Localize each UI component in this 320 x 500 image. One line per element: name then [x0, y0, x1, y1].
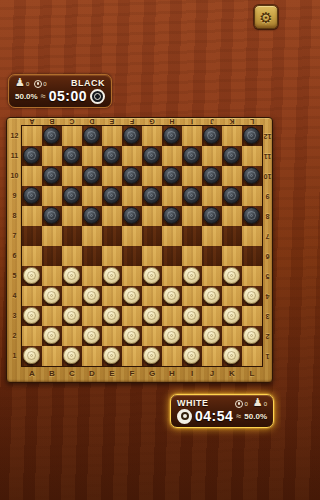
square-l10[interactable] [242, 166, 262, 186]
black-timer: 05:00 [49, 88, 87, 104]
square-b6[interactable] [42, 246, 62, 266]
square-a4 [22, 286, 42, 306]
square-d10[interactable] [82, 166, 102, 186]
file-label-a: A [22, 367, 42, 384]
black-piece-g9[interactable] [143, 187, 160, 204]
square-e11[interactable] [102, 146, 122, 166]
rank-label-3: 3 [7, 306, 22, 326]
white-piece-k1[interactable] [223, 347, 240, 364]
square-i7[interactable] [182, 226, 202, 246]
square-i2 [182, 326, 202, 346]
square-g11[interactable] [142, 146, 162, 166]
square-g3[interactable] [142, 306, 162, 326]
square-i4 [182, 286, 202, 306]
white-piece-c5[interactable] [63, 267, 80, 284]
white-piece-l4[interactable] [243, 287, 260, 304]
square-d8[interactable] [82, 206, 102, 226]
black-piece-l12[interactable] [243, 127, 260, 144]
captured-kings-count: 0 [264, 401, 267, 408]
rank-labels-left: 121110987654321 [7, 126, 22, 366]
board-grid [22, 126, 262, 366]
black-piece-h12[interactable] [163, 127, 180, 144]
square-b10[interactable] [42, 166, 62, 186]
square-a2 [22, 326, 42, 346]
white-piece-g1[interactable] [143, 347, 160, 364]
white-piece-e3[interactable] [103, 307, 120, 324]
file-label-d: D [82, 118, 102, 126]
white-piece-h2[interactable] [163, 327, 180, 344]
square-g12 [142, 126, 162, 146]
square-g9[interactable] [142, 186, 162, 206]
square-a3[interactable] [22, 306, 42, 326]
square-f8[interactable] [122, 206, 142, 226]
white-checker-icon [177, 409, 192, 424]
square-f1 [122, 346, 142, 366]
square-d7 [82, 226, 102, 246]
square-a11[interactable] [22, 146, 42, 166]
rank-label-4: 4 [7, 286, 22, 306]
rank-label-6: 6 [262, 246, 273, 266]
square-k3[interactable] [222, 306, 242, 326]
square-g4 [142, 286, 162, 306]
square-i3[interactable] [182, 306, 202, 326]
white-piece-k5[interactable] [223, 267, 240, 284]
square-h6[interactable] [162, 246, 182, 266]
rank-label-10: 10 [262, 166, 273, 186]
square-k12 [222, 126, 242, 146]
white-player-panel: WHITE 0 ♟ 0 04:54 ≈ 50.0% [170, 394, 274, 428]
black-piece-j10[interactable] [203, 167, 220, 184]
square-d9 [82, 186, 102, 206]
square-i10 [182, 166, 202, 186]
square-c3[interactable] [62, 306, 82, 326]
square-c10 [62, 166, 82, 186]
square-c5[interactable] [62, 266, 82, 286]
rank-label-12: 12 [7, 126, 22, 146]
white-piece-f2[interactable] [123, 327, 140, 344]
disc-piece-icon [34, 80, 42, 88]
square-b5 [42, 266, 62, 286]
disc-piece-icon [235, 400, 243, 408]
square-j5 [202, 266, 222, 286]
square-e6 [102, 246, 122, 266]
rank-label-2: 2 [262, 326, 273, 346]
rank-label-8: 8 [262, 206, 273, 226]
file-label-h: H [162, 367, 182, 384]
square-h12[interactable] [162, 126, 182, 146]
square-b3 [42, 306, 62, 326]
king-piece-icon: ♟ [253, 397, 263, 408]
white-piece-l2[interactable] [243, 327, 260, 344]
rank-label-1: 1 [262, 346, 273, 366]
white-piece-h4[interactable] [163, 287, 180, 304]
square-e1[interactable] [102, 346, 122, 366]
square-l3 [242, 306, 262, 326]
file-label-e: E [102, 118, 122, 126]
square-e7[interactable] [102, 226, 122, 246]
white-piece-d2[interactable] [83, 327, 100, 344]
gear-icon: ⚙ [259, 10, 272, 25]
square-g1[interactable] [142, 346, 162, 366]
square-f3 [122, 306, 142, 326]
square-b11 [42, 146, 62, 166]
file-label-b: B [42, 367, 62, 384]
file-label-l: L [242, 367, 262, 384]
square-e4 [102, 286, 122, 306]
square-i11[interactable] [182, 146, 202, 166]
square-g5[interactable] [142, 266, 162, 286]
rank-label-4: 4 [262, 286, 273, 306]
square-l8[interactable] [242, 206, 262, 226]
square-j1 [202, 346, 222, 366]
file-label-a: A [22, 118, 42, 126]
black-piece-l10[interactable] [243, 167, 260, 184]
white-piece-b2[interactable] [43, 327, 60, 344]
white-piece-i1[interactable] [183, 347, 200, 364]
square-e12 [102, 126, 122, 146]
square-k10 [222, 166, 242, 186]
square-c11[interactable] [62, 146, 82, 166]
square-g6 [142, 246, 162, 266]
rank-label-8: 8 [7, 206, 22, 226]
square-a7[interactable] [22, 226, 42, 246]
black-captures-group: ♟ 0 0 [15, 77, 47, 88]
square-g7[interactable] [142, 226, 162, 246]
black-piece-e9[interactable] [103, 187, 120, 204]
square-j3 [202, 306, 222, 326]
square-l6[interactable] [242, 246, 262, 266]
square-j11 [202, 146, 222, 166]
white-piece-f4[interactable] [123, 287, 140, 304]
black-piece-c11[interactable] [63, 147, 80, 164]
square-l12[interactable] [242, 126, 262, 146]
square-h10[interactable] [162, 166, 182, 186]
file-label-i: I [182, 367, 202, 384]
rank-label-6: 6 [7, 246, 22, 266]
square-d1 [82, 346, 102, 366]
square-c12 [62, 126, 82, 146]
white-captures-group: 0 ♟ 0 [235, 397, 267, 408]
square-h8[interactable] [162, 206, 182, 226]
square-f4[interactable] [122, 286, 142, 306]
square-c7[interactable] [62, 226, 82, 246]
file-label-l: L [242, 118, 262, 126]
square-d2[interactable] [82, 326, 102, 346]
white-piece-g3[interactable] [143, 307, 160, 324]
white-piece-c1[interactable] [63, 347, 80, 364]
square-j9 [202, 186, 222, 206]
settings-button[interactable]: ⚙ [254, 5, 278, 29]
square-h9 [162, 186, 182, 206]
black-piece-i11[interactable] [183, 147, 200, 164]
rank-label-7: 7 [7, 226, 22, 246]
square-j2[interactable] [202, 326, 222, 346]
square-j4[interactable] [202, 286, 222, 306]
file-label-k: K [222, 118, 242, 126]
black-piece-e11[interactable] [103, 147, 120, 164]
square-l1 [242, 346, 262, 366]
file-label-j: J [202, 118, 222, 126]
square-k1[interactable] [222, 346, 242, 366]
square-h5 [162, 266, 182, 286]
black-piece-c9[interactable] [63, 187, 80, 204]
black-piece-a9[interactable] [23, 187, 40, 204]
file-label-e: E [102, 367, 122, 384]
square-c6 [62, 246, 82, 266]
square-f12[interactable] [122, 126, 142, 146]
file-label-g: G [142, 367, 162, 384]
square-h7 [162, 226, 182, 246]
square-a8 [22, 206, 42, 226]
black-piece-i9[interactable] [183, 187, 200, 204]
square-d12[interactable] [82, 126, 102, 146]
square-a10 [22, 166, 42, 186]
square-i5[interactable] [182, 266, 202, 286]
white-piece-a5[interactable] [23, 267, 40, 284]
black-piece-f12[interactable] [123, 127, 140, 144]
square-j7 [202, 226, 222, 246]
black-piece-h8[interactable] [163, 207, 180, 224]
square-k5[interactable] [222, 266, 242, 286]
file-label-f: F [122, 367, 142, 384]
square-k8 [222, 206, 242, 226]
file-label-j: J [202, 367, 222, 384]
square-b2[interactable] [42, 326, 62, 346]
black-piece-d10[interactable] [83, 167, 100, 184]
black-checker-icon [90, 89, 105, 104]
rank-label-1: 1 [7, 346, 22, 366]
square-l11 [242, 146, 262, 166]
square-a5[interactable] [22, 266, 42, 286]
rank-labels-right: 121110987654321 [262, 126, 273, 366]
square-h1 [162, 346, 182, 366]
square-h11 [162, 146, 182, 166]
black-piece-b10[interactable] [43, 167, 60, 184]
white-piece-c3[interactable] [63, 307, 80, 324]
black-piece-k11[interactable] [223, 147, 240, 164]
white-piece-a1[interactable] [23, 347, 40, 364]
rank-label-7: 7 [262, 226, 273, 246]
file-label-c: C [62, 367, 82, 384]
square-g8 [142, 206, 162, 226]
square-i6 [182, 246, 202, 266]
black-piece-l8[interactable] [243, 207, 260, 224]
black-player-name: BLACK [71, 78, 105, 88]
square-f5 [122, 266, 142, 286]
square-f6[interactable] [122, 246, 142, 266]
black-piece-d8[interactable] [83, 207, 100, 224]
rank-label-5: 5 [7, 266, 22, 286]
square-h4[interactable] [162, 286, 182, 306]
rank-label-10: 10 [7, 166, 22, 186]
square-j12[interactable] [202, 126, 222, 146]
square-a12 [22, 126, 42, 146]
square-g10 [142, 166, 162, 186]
checkers-board: ABCDEFGHIJKL 121110987654321 12111098765… [6, 117, 273, 383]
black-piece-j8[interactable] [203, 207, 220, 224]
square-d4[interactable] [82, 286, 102, 306]
square-l7 [242, 226, 262, 246]
black-piece-f8[interactable] [123, 207, 140, 224]
black-piece-b8[interactable] [43, 207, 60, 224]
file-label-d: D [82, 367, 102, 384]
square-d5 [82, 266, 102, 286]
square-b12[interactable] [42, 126, 62, 146]
square-c2 [62, 326, 82, 346]
captured-king-counter: ♟ 0 [253, 397, 267, 408]
black-player-panel: ♟ 0 0 BLACK 50.0% ≈ 05:00 [8, 74, 112, 108]
file-label-g: G [142, 118, 162, 126]
white-piece-j4[interactable] [203, 287, 220, 304]
black-piece-f10[interactable] [123, 167, 140, 184]
square-j10[interactable] [202, 166, 222, 186]
rank-label-12: 12 [262, 126, 273, 146]
rank-label-5: 5 [262, 266, 273, 286]
square-a6 [22, 246, 42, 266]
white-player-name: WHITE [177, 398, 209, 408]
white-piece-i3[interactable] [183, 307, 200, 324]
square-e10 [102, 166, 122, 186]
captured-men-count: 0 [43, 81, 46, 88]
square-j8[interactable] [202, 206, 222, 226]
file-label-f: F [122, 118, 142, 126]
square-e3[interactable] [102, 306, 122, 326]
file-labels-top: ABCDEFGHIJKL [22, 118, 262, 126]
square-e9[interactable] [102, 186, 122, 206]
white-piece-a3[interactable] [23, 307, 40, 324]
square-e5[interactable] [102, 266, 122, 286]
square-j6[interactable] [202, 246, 222, 266]
square-b4[interactable] [42, 286, 62, 306]
file-label-c: C [62, 118, 82, 126]
square-k2 [222, 326, 242, 346]
black-piece-a11[interactable] [23, 147, 40, 164]
square-f9 [122, 186, 142, 206]
file-label-k: K [222, 367, 242, 384]
square-c1[interactable] [62, 346, 82, 366]
square-b1 [42, 346, 62, 366]
square-l4[interactable] [242, 286, 262, 306]
square-h2[interactable] [162, 326, 182, 346]
white-piece-k3[interactable] [223, 307, 240, 324]
square-d3 [82, 306, 102, 326]
rank-label-3: 3 [262, 306, 273, 326]
square-k9[interactable] [222, 186, 242, 206]
captured-king-counter: ♟ 0 [15, 77, 29, 88]
square-f7 [122, 226, 142, 246]
square-b7 [42, 226, 62, 246]
square-b9 [42, 186, 62, 206]
square-k6 [222, 246, 242, 266]
square-f11 [122, 146, 142, 166]
square-d11 [82, 146, 102, 166]
black-piece-j12[interactable] [203, 127, 220, 144]
white-piece-d4[interactable] [83, 287, 100, 304]
king-piece-icon: ♟ [15, 77, 25, 88]
square-f2[interactable] [122, 326, 142, 346]
square-d6[interactable] [82, 246, 102, 266]
rank-label-9: 9 [262, 186, 273, 206]
square-c4 [62, 286, 82, 306]
black-win-rate: 50.0% [15, 92, 38, 101]
white-piece-e5[interactable] [103, 267, 120, 284]
square-b8[interactable] [42, 206, 62, 226]
rank-label-2: 2 [7, 326, 22, 346]
square-g2 [142, 326, 162, 346]
square-a9[interactable] [22, 186, 42, 206]
rank-label-11: 11 [7, 146, 22, 166]
file-label-h: H [162, 118, 182, 126]
captured-men-count: 0 [244, 401, 247, 408]
square-h3 [162, 306, 182, 326]
square-e2 [102, 326, 122, 346]
white-piece-g5[interactable] [143, 267, 160, 284]
square-i8 [182, 206, 202, 226]
black-piece-g11[interactable] [143, 147, 160, 164]
white-piece-b4[interactable] [43, 287, 60, 304]
white-timer: 04:54 [195, 408, 233, 424]
square-l5 [242, 266, 262, 286]
approx-icon: ≈ [41, 91, 46, 101]
file-labels-bottom: ABCDEFGHIJKL [22, 367, 262, 384]
square-l2[interactable] [242, 326, 262, 346]
square-c9[interactable] [62, 186, 82, 206]
square-k7[interactable] [222, 226, 242, 246]
square-f10[interactable] [122, 166, 142, 186]
square-e8 [102, 206, 122, 226]
square-a1[interactable] [22, 346, 42, 366]
white-piece-j2[interactable] [203, 327, 220, 344]
white-win-rate: 50.0% [244, 412, 267, 421]
black-piece-d12[interactable] [83, 127, 100, 144]
file-label-b: B [42, 118, 62, 126]
captured-man-counter: 0 [34, 80, 46, 88]
file-label-i: I [182, 118, 202, 126]
black-piece-k9[interactable] [223, 187, 240, 204]
approx-icon: ≈ [236, 411, 241, 421]
square-c8 [62, 206, 82, 226]
square-i9[interactable] [182, 186, 202, 206]
captured-kings-count: 0 [26, 81, 29, 88]
rank-label-9: 9 [7, 186, 22, 206]
square-k4 [222, 286, 242, 306]
white-piece-e1[interactable] [103, 347, 120, 364]
square-k11[interactable] [222, 146, 242, 166]
black-piece-h10[interactable] [163, 167, 180, 184]
white-piece-i5[interactable] [183, 267, 200, 284]
rank-label-11: 11 [262, 146, 273, 166]
square-l9 [242, 186, 262, 206]
captured-man-counter: 0 [235, 400, 247, 408]
square-i12 [182, 126, 202, 146]
black-piece-b12[interactable] [43, 127, 60, 144]
square-i1[interactable] [182, 346, 202, 366]
